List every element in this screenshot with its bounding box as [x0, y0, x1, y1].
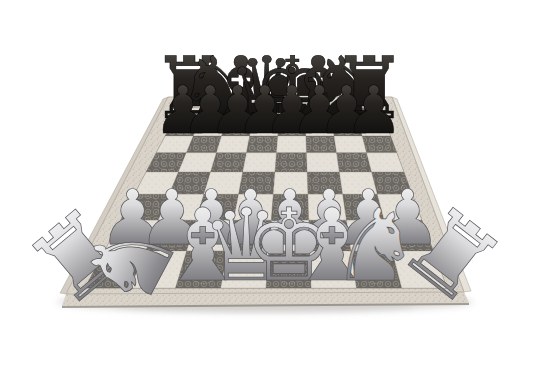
pieces-layer: ♜♞♝♛♚♝♞♜♟♟♟♟♟♟♟♟♟♟♟♟♟♟♟♟♜♞♝♛♚♝♞♜ [7, 38, 523, 330]
square-g5 [337, 153, 372, 172]
product-photo-scene: ♜♞♝♛♚♝♞♜♟♟♟♟♟♟♟♟♟♟♟♟♟♟♟♟♜♞♝♛♚♝♞♜ [0, 0, 533, 377]
chess-set-photo: ♜♞♝♛♚♝♞♜♟♟♟♟♟♟♟♟♟♟♟♟♟♟♟♟♜♞♝♛♚♝♞♜ [0, 0, 533, 377]
square-f5 [307, 153, 340, 172]
square-c5 [211, 153, 247, 172]
piece-black-p-h7: ♟ [344, 72, 403, 149]
chessboard: ♜♞♝♛♚♝♞♜♟♟♟♟♟♟♟♟♟♟♟♟♟♟♟♟♜♞♝♛♚♝♞♜ [0, 0, 533, 377]
square-d5 [243, 153, 277, 172]
